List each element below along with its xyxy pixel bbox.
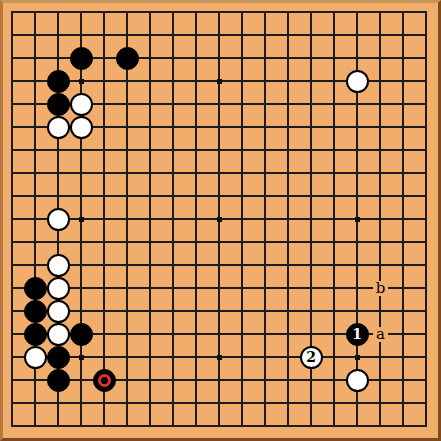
star-point [79,355,84,360]
black-stone [116,47,139,70]
star-point [217,355,222,360]
white-stone [47,300,70,323]
white-stone-move-2: 2 [300,346,323,369]
white-stone [47,116,70,139]
black-stone [47,369,70,392]
star-point [79,217,84,222]
white-stone [24,346,47,369]
star-point [217,79,222,84]
black-stone-marked [93,369,116,392]
black-stone [24,300,47,323]
star-point [355,355,360,360]
white-stone [70,93,93,116]
white-stone [47,254,70,277]
black-stone [47,346,70,369]
star-point [79,79,84,84]
circle-marker-icon [98,374,111,387]
white-stone [70,116,93,139]
black-stone [70,47,93,70]
move-number-label: 1 [352,327,362,341]
board-inner: ab 12 [3,3,438,438]
black-stone-move-1: 1 [346,323,369,346]
white-stone [47,323,70,346]
black-stone [47,70,70,93]
white-stone [47,277,70,300]
white-stone [47,208,70,231]
black-stone [47,93,70,116]
point-label-b: b [373,281,388,296]
point-label-a: a [373,327,388,342]
black-stone [70,323,93,346]
black-stone [24,323,47,346]
star-point [217,217,222,222]
go-board: ab 12 [0,0,441,441]
white-stone [346,369,369,392]
move-number-label: 2 [306,350,316,364]
white-stone [346,70,369,93]
black-stone [24,277,47,300]
star-point [355,217,360,222]
